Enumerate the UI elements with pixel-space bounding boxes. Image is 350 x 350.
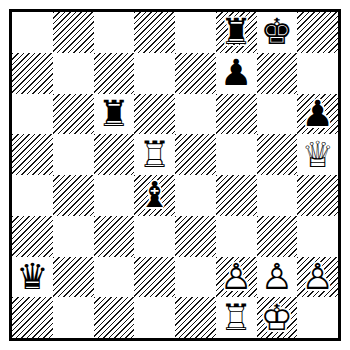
square-a5[interactable] [12,134,53,175]
black-rook-piece: ♜ [216,12,257,53]
square-g2[interactable]: ♟♙ [257,257,298,298]
square-a1[interactable] [12,297,53,338]
square-f1[interactable]: ♜♖ [216,297,257,338]
square-b3[interactable] [53,216,94,257]
square-e8[interactable] [175,12,216,53]
white-queen-backing: ♛ [297,134,338,175]
black-pawn-piece: ♟ [216,53,257,94]
square-e7[interactable] [175,53,216,94]
square-h3[interactable] [297,216,338,257]
square-d2[interactable] [134,257,175,298]
square-d8[interactable] [134,12,175,53]
square-c7[interactable] [94,53,135,94]
chess-board-frame: ♜♚♟♜♟♜♖♛♕♝♛♟♙♟♙♟♙♜♖♚♔ [9,9,341,341]
square-f5[interactable] [216,134,257,175]
square-h6[interactable]: ♟ [297,94,338,135]
white-rook-backing: ♜ [216,297,257,338]
square-b4[interactable] [53,175,94,216]
white-rook-piece: ♖ [134,134,175,175]
square-e5[interactable] [175,134,216,175]
square-b1[interactable] [53,297,94,338]
square-d7[interactable] [134,53,175,94]
black-bishop-piece: ♝ [134,175,175,216]
square-c1[interactable] [94,297,135,338]
white-pawn-backing: ♟ [257,257,298,298]
square-g4[interactable] [257,175,298,216]
square-g3[interactable] [257,216,298,257]
square-f2[interactable]: ♟♙ [216,257,257,298]
square-d3[interactable] [134,216,175,257]
square-h4[interactable] [297,175,338,216]
square-h5[interactable]: ♛♕ [297,134,338,175]
square-g5[interactable] [257,134,298,175]
square-d6[interactable] [134,94,175,135]
white-pawn-piece: ♙ [297,257,338,298]
square-b2[interactable] [53,257,94,298]
white-pawn-piece: ♙ [216,257,257,298]
white-rook-piece: ♖ [216,297,257,338]
square-b8[interactable] [53,12,94,53]
square-h7[interactable] [297,53,338,94]
square-d4[interactable]: ♝ [134,175,175,216]
square-a4[interactable] [12,175,53,216]
black-queen-piece: ♛ [12,257,53,298]
square-f4[interactable] [216,175,257,216]
square-c8[interactable] [94,12,135,53]
square-a3[interactable] [12,216,53,257]
square-f7[interactable]: ♟ [216,53,257,94]
square-a8[interactable] [12,12,53,53]
square-g8[interactable]: ♚ [257,12,298,53]
board: ♜♚♟♜♟♜♖♛♕♝♛♟♙♟♙♟♙♜♖♚♔ [12,12,338,338]
white-rook-backing: ♜ [134,134,175,175]
square-e1[interactable] [175,297,216,338]
white-pawn-backing: ♟ [297,257,338,298]
square-e2[interactable] [175,257,216,298]
square-a2[interactable]: ♛ [12,257,53,298]
square-e4[interactable] [175,175,216,216]
white-pawn-piece: ♙ [257,257,298,298]
square-h1[interactable] [297,297,338,338]
square-f3[interactable] [216,216,257,257]
square-c2[interactable] [94,257,135,298]
white-king-backing: ♚ [257,297,298,338]
square-b6[interactable] [53,94,94,135]
square-b7[interactable] [53,53,94,94]
square-c3[interactable] [94,216,135,257]
square-d5[interactable]: ♜♖ [134,134,175,175]
black-king-piece: ♚ [257,12,298,53]
square-f8[interactable]: ♜ [216,12,257,53]
square-c5[interactable] [94,134,135,175]
square-g6[interactable] [257,94,298,135]
black-rook-piece: ♜ [94,94,135,135]
square-g1[interactable]: ♚♔ [257,297,298,338]
square-c4[interactable] [94,175,135,216]
square-e3[interactable] [175,216,216,257]
square-b5[interactable] [53,134,94,175]
black-pawn-piece: ♟ [297,94,338,135]
white-pawn-backing: ♟ [216,257,257,298]
square-c6[interactable]: ♜ [94,94,135,135]
square-a7[interactable] [12,53,53,94]
square-a6[interactable] [12,94,53,135]
square-e6[interactable] [175,94,216,135]
square-d1[interactable] [134,297,175,338]
white-king-piece: ♔ [257,297,298,338]
square-h8[interactable] [297,12,338,53]
white-queen-piece: ♕ [297,134,338,175]
square-g7[interactable] [257,53,298,94]
square-h2[interactable]: ♟♙ [297,257,338,298]
square-f6[interactable] [216,94,257,135]
